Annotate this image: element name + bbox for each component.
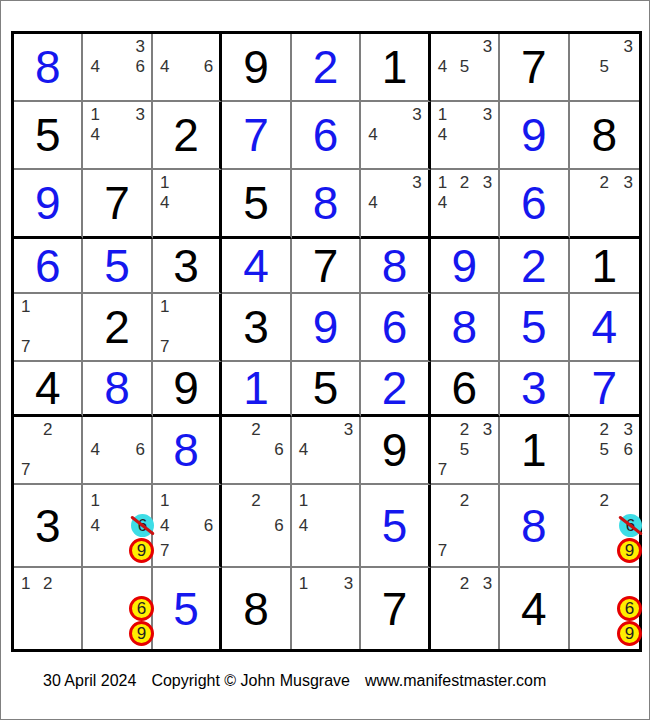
empty-candidate-slot (266, 460, 285, 480)
empty-candidate-slot (455, 538, 474, 563)
cell-r3c4[interactable]: 5 (222, 170, 291, 239)
candidate-digit: 2 (594, 173, 614, 193)
candidate-digit: 6 (614, 440, 634, 460)
cell-r6c8[interactable]: 3 (500, 362, 569, 417)
pencil-marks: 34 (361, 102, 427, 168)
empty-candidate-slot (436, 621, 455, 646)
empty-candidate-slot (335, 488, 354, 513)
pencil-marks: 2356 (570, 417, 639, 483)
footer-copyright: Copyright © John Musgrave (151, 672, 350, 690)
cell-r3c5[interactable]: 8 (292, 170, 361, 239)
given-digit: 1 (382, 44, 408, 90)
chain-candidate-highlight: 9 (129, 621, 154, 646)
empty-candidate-slot (177, 193, 196, 213)
empty-candidate-slot (594, 621, 614, 646)
empty-candidate-slot (335, 596, 354, 621)
solved-digit: 6 (521, 180, 547, 226)
pencil-marks: 14 (153, 170, 219, 236)
candidate-digit: 7 (436, 460, 455, 480)
given-digit: 7 (313, 243, 339, 289)
candidate-digit: 4 (158, 57, 177, 77)
empty-candidate-slot (127, 460, 146, 480)
candidate-digit: 1 (19, 297, 38, 317)
footer-website[interactable]: www.manifestmaster.com (365, 672, 546, 690)
empty-candidate-slot (38, 440, 57, 460)
solved-digit: 3 (521, 365, 547, 411)
cell-r2c3[interactable]: 2 (153, 102, 222, 170)
empty-candidate-slot (455, 77, 474, 97)
solved-digit: 2 (313, 44, 339, 90)
cell-r8c7[interactable]: 27 (431, 485, 500, 568)
empty-candidate-slot (614, 57, 634, 77)
empty-candidate-slot (474, 193, 493, 213)
empty-candidate-slot (436, 145, 455, 165)
cell-r7c7[interactable]: 2357 (431, 417, 500, 485)
cell-r7c5[interactable]: 34 (292, 417, 361, 485)
candidate-digit: 2 (38, 571, 57, 596)
empty-candidate-slot (474, 488, 493, 513)
footer-date: 30 April 2024 (43, 672, 136, 690)
candidate-digit: 6 (196, 57, 215, 77)
cell-r2c9[interactable]: 8 (570, 102, 639, 170)
empty-candidate-slot (436, 37, 455, 57)
cell-r9c8[interactable]: 4 (500, 568, 569, 649)
pencil-marks: 34 (361, 170, 427, 236)
cell-r1c1[interactable]: 8 (14, 34, 83, 102)
empty-candidate-slot (246, 440, 265, 460)
candidate-digit: 1 (436, 105, 455, 125)
cell-r6c9[interactable]: 7 (570, 362, 639, 417)
candidate-digit: 5 (455, 57, 474, 77)
cell-r1c6[interactable]: 1 (361, 34, 430, 102)
solved-digit: 6 (35, 243, 61, 289)
empty-candidate-slot (297, 621, 316, 646)
given-digit: 3 (173, 243, 199, 289)
solved-digit: 7 (591, 365, 617, 411)
cell-r1c5[interactable]: 2 (292, 34, 361, 102)
cell-r4c8[interactable]: 2 (500, 239, 569, 294)
eliminated-candidate-highlight: 6 (131, 514, 154, 537)
candidate-digit: 7 (158, 337, 177, 357)
cell-r4c9[interactable]: 1 (570, 239, 639, 294)
chain-candidate-highlight: 9 (617, 538, 642, 563)
cell-r5c2[interactable]: 2 (83, 294, 152, 362)
candidate-digit: 1 (436, 173, 455, 193)
empty-candidate-slot (436, 420, 455, 440)
empty-candidate-slot (385, 213, 404, 233)
candidate-digit: 2 (246, 420, 265, 440)
candidate-digit: 4 (366, 193, 385, 213)
cell-r1c3[interactable]: 46 (153, 34, 222, 102)
candidate-digit: 9 (625, 625, 634, 642)
empty-candidate-slot (474, 213, 493, 233)
cell-r1c2[interactable]: 346 (83, 34, 152, 102)
empty-candidate-slot (594, 460, 614, 480)
candidate-digit: 6 (127, 57, 146, 77)
solved-digit: 9 (521, 112, 547, 158)
solved-digit: 6 (313, 112, 339, 158)
candidate-digit: 6 (137, 600, 146, 617)
cell-r8c6[interactable]: 5 (361, 485, 430, 568)
cell-r7c4[interactable]: 26 (222, 417, 291, 485)
empty-candidate-slot (455, 105, 474, 125)
empty-candidate-slot (38, 337, 57, 357)
eliminated-candidate-highlight: 6 (619, 514, 642, 537)
empty-candidate-slot (316, 420, 335, 440)
cell-r8c4[interactable]: 26 (222, 485, 291, 568)
empty-candidate-slot (227, 488, 246, 513)
empty-candidate-slot (108, 596, 127, 621)
pencil-marks: 1234 (431, 170, 498, 236)
empty-candidate-slot (297, 420, 316, 440)
pencil-marks: 69 (570, 568, 639, 649)
candidate-digit: 5 (594, 57, 614, 77)
empty-candidate-slot (19, 621, 38, 646)
empty-candidate-slot (88, 538, 107, 563)
cell-r7c6[interactable]: 9 (361, 417, 430, 485)
empty-candidate-slot (88, 37, 107, 57)
empty-candidate-slot (108, 145, 127, 165)
empty-candidate-slot (455, 621, 474, 646)
candidate-digit: 6 (138, 517, 147, 534)
empty-candidate-slot (177, 538, 196, 563)
cell-r5c1[interactable]: 17 (14, 294, 83, 362)
pencil-marks: 1469 (83, 485, 150, 566)
pencil-marks: 27 (431, 485, 498, 566)
empty-candidate-slot (177, 317, 196, 337)
cell-r9c2[interactable]: 69 (83, 568, 152, 649)
sudoku-grid: 8346469213457355134276341349897145834123… (11, 31, 642, 652)
empty-candidate-slot (385, 105, 404, 125)
empty-candidate-slot (404, 213, 423, 233)
cell-r1c9[interactable]: 35 (570, 34, 639, 102)
cell-r5c4[interactable]: 3 (222, 294, 291, 362)
cell-r7c9[interactable]: 2356 (570, 417, 639, 485)
empty-candidate-slot (335, 440, 354, 460)
candidate-digit: 3 (474, 173, 493, 193)
cell-r7c3[interactable]: 8 (153, 417, 222, 485)
cell-r5c7[interactable]: 8 (431, 294, 500, 362)
empty-candidate-slot (385, 125, 404, 145)
candidate-digit: 4 (88, 440, 107, 460)
empty-candidate-slot (158, 213, 177, 233)
empty-candidate-slot (227, 440, 246, 460)
empty-candidate-slot (177, 213, 196, 233)
cell-r4c3[interactable]: 3 (153, 239, 222, 294)
empty-candidate-slot (196, 173, 215, 193)
empty-candidate-slot (575, 213, 595, 233)
candidate-digit: 3 (335, 571, 354, 596)
candidate-digit: 4 (88, 57, 107, 77)
cell-r3c2[interactable]: 7 (83, 170, 152, 239)
empty-candidate-slot (196, 317, 215, 337)
empty-candidate-slot (88, 571, 107, 596)
pencil-marks: 26 (222, 485, 289, 566)
empty-candidate-slot (57, 440, 76, 460)
empty-candidate-slot (108, 125, 127, 145)
candidate-digit: 1 (158, 173, 177, 193)
cell-r9c9[interactable]: 69 (570, 568, 639, 649)
solved-digit: 8 (104, 365, 130, 411)
given-digit: 3 (35, 503, 61, 549)
empty-candidate-slot (266, 538, 285, 563)
cell-r2c7[interactable]: 134 (431, 102, 500, 170)
cell-r8c1[interactable]: 3 (14, 485, 83, 568)
cell-r7c8[interactable]: 1 (500, 417, 569, 485)
empty-candidate-slot (177, 297, 196, 317)
empty-candidate-slot (474, 125, 493, 145)
cell-r5c6[interactable]: 6 (361, 294, 430, 362)
cell-r9c5[interactable]: 13 (292, 568, 361, 649)
empty-candidate-slot (474, 513, 493, 538)
candidate-digit: 9 (137, 625, 146, 642)
empty-candidate-slot (316, 460, 335, 480)
cell-r8c8[interactable]: 8 (500, 485, 569, 568)
candidate-digit: 1 (297, 488, 316, 513)
empty-candidate-slot (297, 596, 316, 621)
cell-r8c5[interactable]: 14 (292, 485, 361, 568)
candidate-digit: 3 (614, 420, 634, 440)
cell-r2c4[interactable]: 7 (222, 102, 291, 170)
solved-digit: 8 (452, 304, 478, 350)
empty-candidate-slot (335, 621, 354, 646)
cell-r7c2[interactable]: 46 (83, 417, 152, 485)
cell-r6c3[interactable]: 9 (153, 362, 222, 417)
cell-r6c1[interactable]: 4 (14, 362, 83, 417)
cell-r4c6[interactable]: 8 (361, 239, 430, 294)
candidate-digit: 3 (614, 173, 634, 193)
cell-r8c3[interactable]: 1467 (153, 485, 222, 568)
given-digit: 2 (173, 112, 199, 158)
empty-candidate-slot (385, 173, 404, 193)
empty-candidate-slot (108, 77, 127, 97)
cell-r6c5[interactable]: 5 (292, 362, 361, 417)
pencil-marks: 46 (83, 417, 150, 483)
solved-digit: 5 (173, 586, 199, 632)
empty-candidate-slot (88, 145, 107, 165)
cell-r3c9[interactable]: 23 (570, 170, 639, 239)
empty-candidate-slot (196, 337, 215, 357)
empty-candidate-slot (158, 37, 177, 57)
candidate-digit: 4 (158, 193, 177, 213)
cell-r1c4[interactable]: 9 (222, 34, 291, 102)
empty-candidate-slot (19, 317, 38, 337)
empty-candidate-slot (57, 297, 76, 317)
empty-candidate-slot (88, 420, 107, 440)
cell-r4c2[interactable]: 5 (83, 239, 152, 294)
cell-r2c5[interactable]: 6 (292, 102, 361, 170)
given-digit: 3 (243, 304, 269, 350)
empty-candidate-slot (436, 513, 455, 538)
chain-candidate-highlight: 6 (617, 596, 642, 621)
empty-candidate-slot (575, 488, 595, 513)
empty-candidate-slot (474, 440, 493, 460)
empty-candidate-slot (127, 571, 146, 596)
candidate-digit: 3 (614, 37, 634, 57)
given-digit: 2 (104, 304, 130, 350)
pencil-marks: 1467 (153, 485, 219, 566)
empty-candidate-slot (366, 145, 385, 165)
cell-r1c8[interactable]: 7 (500, 34, 569, 102)
cell-r2c6[interactable]: 34 (361, 102, 430, 170)
solved-digit: 2 (521, 243, 547, 289)
empty-candidate-slot (474, 460, 493, 480)
candidate-digit: 9 (625, 542, 634, 559)
empty-candidate-slot (108, 488, 127, 513)
candidate-digit: 1 (158, 297, 177, 317)
cell-r4c1[interactable]: 6 (14, 239, 83, 294)
empty-candidate-slot (19, 440, 38, 460)
empty-candidate-slot (575, 37, 595, 57)
cell-r2c2[interactable]: 134 (83, 102, 152, 170)
cell-r3c3[interactable]: 14 (153, 170, 222, 239)
empty-candidate-slot (38, 460, 57, 480)
solved-digit: 8 (173, 427, 199, 473)
empty-candidate-slot (436, 488, 455, 513)
empty-candidate-slot (177, 37, 196, 57)
pencil-marks: 12 (14, 568, 81, 649)
empty-candidate-slot (177, 488, 196, 513)
candidate-digit: 4 (88, 513, 107, 538)
empty-candidate-slot (594, 513, 614, 538)
candidate-digit: 1 (158, 488, 177, 513)
cell-r8c2[interactable]: 1469 (83, 485, 152, 568)
cell-r3c8[interactable]: 6 (500, 170, 569, 239)
empty-candidate-slot (88, 621, 107, 646)
cell-r6c4[interactable]: 1 (222, 362, 291, 417)
empty-candidate-slot (455, 145, 474, 165)
empty-candidate-slot (614, 213, 634, 233)
cell-r4c5[interactable]: 7 (292, 239, 361, 294)
candidate-digit: 6 (626, 517, 635, 534)
cell-r8c9[interactable]: 269 (570, 485, 639, 568)
candidate-digit: 7 (436, 538, 455, 563)
empty-candidate-slot (575, 513, 595, 538)
empty-candidate-slot (474, 77, 493, 97)
empty-candidate-slot (404, 145, 423, 165)
empty-candidate-slot (455, 596, 474, 621)
empty-candidate-slot (335, 513, 354, 538)
empty-candidate-slot (385, 145, 404, 165)
empty-candidate-slot (266, 420, 285, 440)
empty-candidate-slot (575, 571, 595, 596)
empty-candidate-slot (316, 513, 335, 538)
candidate-digit: 4 (297, 513, 316, 538)
candidate-digit: 6 (266, 440, 285, 460)
cell-r5c5[interactable]: 9 (292, 294, 361, 362)
cell-r9c3[interactable]: 5 (153, 568, 222, 649)
candidate-digit: 6 (266, 513, 285, 538)
cell-r1c7[interactable]: 345 (431, 34, 500, 102)
empty-candidate-slot (196, 37, 215, 57)
candidate-digit: 4 (297, 440, 316, 460)
given-digit: 9 (382, 427, 408, 473)
pencil-marks: 23 (431, 568, 498, 649)
empty-candidate-slot (594, 596, 614, 621)
solved-digit: 8 (521, 503, 547, 549)
pencil-marks: 13 (292, 568, 359, 649)
candidate-digit: 3 (127, 105, 146, 125)
cell-r4c4[interactable]: 4 (222, 239, 291, 294)
cell-r6c6[interactable]: 2 (361, 362, 430, 417)
empty-candidate-slot (57, 621, 76, 646)
empty-candidate-slot (177, 77, 196, 97)
empty-candidate-slot (474, 596, 493, 621)
pencil-marks: 27 (14, 417, 81, 483)
cell-r9c6[interactable]: 7 (361, 568, 430, 649)
cell-r9c4[interactable]: 8 (222, 568, 291, 649)
given-digit: 8 (243, 586, 269, 632)
cell-r9c1[interactable]: 12 (14, 568, 83, 649)
empty-candidate-slot (19, 420, 38, 440)
candidate-digit: 2 (246, 488, 265, 513)
given-digit: 8 (591, 112, 617, 158)
empty-candidate-slot (455, 37, 474, 57)
pencil-marks: 269 (570, 485, 639, 566)
solved-digit: 5 (382, 503, 408, 549)
candidate-digit: 1 (88, 488, 107, 513)
candidate-digit: 4 (88, 125, 107, 145)
empty-candidate-slot (57, 337, 76, 357)
cell-r5c3[interactable]: 17 (153, 294, 222, 362)
cell-r4c7[interactable]: 9 (431, 239, 500, 294)
pencil-marks: 17 (153, 294, 219, 360)
cell-r3c6[interactable]: 34 (361, 170, 430, 239)
empty-candidate-slot (108, 621, 127, 646)
empty-candidate-slot (575, 173, 595, 193)
empty-candidate-slot (38, 297, 57, 317)
empty-candidate-slot (614, 460, 634, 480)
pencil-marks: 35 (570, 34, 639, 100)
empty-candidate-slot (436, 77, 455, 97)
cell-r6c2[interactable]: 8 (83, 362, 152, 417)
empty-candidate-slot (455, 125, 474, 145)
given-digit: 7 (521, 44, 547, 90)
empty-candidate-slot (196, 488, 215, 513)
pencil-marks: 46 (153, 34, 219, 100)
cell-r7c1[interactable]: 27 (14, 417, 83, 485)
empty-candidate-slot (385, 193, 404, 213)
cell-r6c7[interactable]: 6 (431, 362, 500, 417)
cell-r5c9[interactable]: 4 (570, 294, 639, 362)
cell-r3c1[interactable]: 9 (14, 170, 83, 239)
cell-r3c7[interactable]: 1234 (431, 170, 500, 239)
pencil-marks: 134 (431, 102, 498, 168)
empty-candidate-slot (158, 77, 177, 97)
candidate-digit: 2 (455, 571, 474, 596)
empty-candidate-slot (594, 213, 614, 233)
empty-candidate-slot (455, 513, 474, 538)
empty-candidate-slot (297, 538, 316, 563)
chain-candidate-highlight: 9 (129, 538, 154, 563)
candidate-digit: 3 (335, 420, 354, 440)
solved-digit: 8 (382, 243, 408, 289)
empty-candidate-slot (108, 513, 127, 538)
empty-candidate-slot (436, 213, 455, 233)
given-digit: 5 (243, 180, 269, 226)
cell-r5c8[interactable]: 5 (500, 294, 569, 362)
cell-r9c7[interactable]: 23 (431, 568, 500, 649)
cell-r2c1[interactable]: 5 (14, 102, 83, 170)
candidate-digit: 4 (436, 193, 455, 213)
empty-candidate-slot (594, 37, 614, 57)
given-digit: 1 (591, 243, 617, 289)
cell-r2c8[interactable]: 9 (500, 102, 569, 170)
empty-candidate-slot (335, 538, 354, 563)
candidate-digit: 3 (404, 173, 423, 193)
empty-candidate-slot (57, 596, 76, 621)
given-digit: 4 (35, 365, 61, 411)
